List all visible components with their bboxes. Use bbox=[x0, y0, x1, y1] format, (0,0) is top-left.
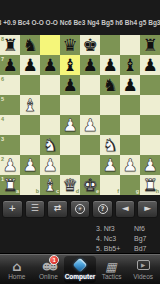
file-label-d: d bbox=[76, 188, 79, 194]
square-b1[interactable]: b bbox=[20, 175, 40, 195]
engine-line-text: 13 +0.9 Bc4 O-O O-O Nc6 Be3 Ng4 Bg5 h6 B… bbox=[0, 19, 160, 26]
tab-icon-wrap: 1 bbox=[33, 257, 65, 273]
tactics-icon bbox=[106, 256, 117, 275]
tab-online[interactable]: 1Online bbox=[33, 256, 65, 283]
white-knight-f3: ♞ bbox=[100, 135, 120, 155]
square-e8[interactable]: ♚ bbox=[80, 35, 100, 55]
black-king-e8: ♚ bbox=[80, 35, 100, 55]
square-a3[interactable]: 3 bbox=[0, 135, 20, 155]
file-label-c: c bbox=[56, 188, 59, 194]
tab-bar: Home1OnlineComputerTacticsVideos bbox=[0, 253, 160, 284]
square-b7[interactable]: ♟ bbox=[20, 55, 40, 75]
square-g7[interactable]: ♝ bbox=[120, 55, 140, 75]
rank-label-4: 4 bbox=[1, 116, 4, 122]
square-h5[interactable] bbox=[140, 95, 160, 115]
rank-label-1: 1 bbox=[1, 176, 4, 182]
question-icon: ? bbox=[98, 204, 108, 214]
square-a7[interactable]: 7♟ bbox=[0, 55, 20, 75]
square-d3[interactable] bbox=[60, 135, 80, 155]
black-knight-f6: ♞ bbox=[100, 75, 120, 95]
black-move[interactable]: Nf6 bbox=[134, 224, 154, 234]
square-h8[interactable]: ♜ bbox=[140, 35, 160, 55]
square-c6[interactable] bbox=[40, 75, 60, 95]
move-row: 4. Nc3Bg7 bbox=[0, 234, 154, 244]
black-bishop-g7: ♝ bbox=[120, 55, 140, 75]
square-f5[interactable] bbox=[100, 95, 120, 115]
tab-icon-wrap bbox=[127, 257, 159, 273]
white-pawn-d4: ♟ bbox=[60, 115, 80, 135]
square-e1[interactable]: e♚ bbox=[80, 175, 100, 195]
square-g6[interactable]: ♟ bbox=[120, 75, 140, 95]
move-list-button[interactable]: ☰ bbox=[25, 200, 46, 218]
square-h2[interactable]: ♟ bbox=[140, 155, 160, 175]
square-e2[interactable] bbox=[80, 155, 100, 175]
square-b8[interactable]: ♞ bbox=[20, 35, 40, 55]
home-icon bbox=[12, 256, 21, 275]
square-b2[interactable]: ♟ bbox=[20, 155, 40, 175]
square-g8[interactable] bbox=[120, 35, 140, 55]
square-a2[interactable]: 2♟ bbox=[0, 155, 20, 175]
rank-label-3: 3 bbox=[1, 136, 4, 142]
shuffle-icon: ⇄ bbox=[54, 204, 62, 213]
rank-label-2: 2 bbox=[1, 156, 4, 162]
square-f4[interactable] bbox=[100, 115, 120, 135]
white-move[interactable]: 4. Nc3 bbox=[96, 234, 134, 244]
black-pawn-g6: ♟ bbox=[120, 75, 140, 95]
square-g1[interactable]: g bbox=[120, 175, 140, 195]
toolbar: +☰⇄☀?◄► bbox=[0, 195, 160, 222]
help-button[interactable]: ? bbox=[92, 200, 113, 218]
switch-sides-button[interactable]: ⇄ bbox=[47, 200, 68, 218]
square-d7[interactable]: ♝ bbox=[60, 55, 80, 75]
square-e4[interactable]: ♟ bbox=[80, 115, 100, 135]
square-g2[interactable]: ♟ bbox=[120, 155, 140, 175]
white-pawn-c2: ♟ bbox=[40, 155, 60, 175]
square-e3[interactable] bbox=[80, 135, 100, 155]
chess-board: 8♜♞♛♚♜7♟♟♟♝♟♟♝♟6♟♞♟5♝4♟♟3♞♞2♟♟♟♟♟♟1a♜bc♝… bbox=[0, 35, 160, 195]
tab-computer[interactable]: Computer bbox=[64, 256, 96, 283]
square-c3[interactable]: ♞ bbox=[40, 135, 60, 155]
square-h4[interactable] bbox=[140, 115, 160, 135]
move-list: 3. Nf3Nf64. Nc3Bg75. Bb5+Bd7 bbox=[0, 222, 160, 253]
black-rook-h8: ♜ bbox=[140, 35, 160, 55]
square-a8[interactable]: 8♜ bbox=[0, 35, 20, 55]
square-f3[interactable]: ♞ bbox=[100, 135, 120, 155]
black-move[interactable]: Bg7 bbox=[134, 234, 154, 244]
file-label-e: e bbox=[96, 188, 99, 194]
move-row: 3. Nf3Nf6 bbox=[0, 224, 154, 234]
square-c7[interactable]: ♟ bbox=[40, 55, 60, 75]
black-bishop-d7: ♝ bbox=[60, 55, 80, 75]
square-b4[interactable] bbox=[20, 115, 40, 135]
file-label-f: f bbox=[117, 188, 119, 194]
white-pawn-b2: ♟ bbox=[20, 155, 40, 175]
square-a1[interactable]: 1a♜ bbox=[0, 175, 20, 195]
file-label-h: h bbox=[156, 188, 159, 194]
square-b6[interactable] bbox=[20, 75, 40, 95]
white-pawn-e4: ♟ bbox=[80, 115, 100, 135]
square-a5[interactable]: 5 bbox=[0, 95, 20, 115]
square-f8[interactable] bbox=[100, 35, 120, 55]
hint-button[interactable]: ☀ bbox=[70, 200, 91, 218]
square-h6[interactable] bbox=[140, 75, 160, 95]
rank-label-8: 8 bbox=[1, 36, 4, 42]
black-pawn-f7: ♟ bbox=[100, 55, 120, 75]
engine-analysis-bar: 13 +0.9 Bc4 O-O O-O Nc6 Be3 Ng4 Bg5 h6 B… bbox=[0, 0, 160, 35]
notification-badge: 1 bbox=[49, 255, 59, 265]
square-f7[interactable]: ♟ bbox=[100, 55, 120, 75]
square-g4[interactable] bbox=[120, 115, 140, 135]
square-d8[interactable]: ♛ bbox=[60, 35, 80, 55]
white-pawn-f2: ♟ bbox=[100, 155, 120, 175]
black-pawn-e7: ♟ bbox=[80, 55, 100, 75]
square-c4[interactable] bbox=[40, 115, 60, 135]
tab-tactics[interactable]: Tactics bbox=[96, 256, 128, 283]
tab-icon-wrap bbox=[1, 257, 33, 273]
tab-icon-wrap bbox=[64, 257, 96, 273]
new-button[interactable]: + bbox=[2, 200, 23, 218]
square-f2[interactable]: ♟ bbox=[100, 155, 120, 175]
back-button[interactable]: ◄ bbox=[115, 200, 136, 218]
square-g3[interactable] bbox=[120, 135, 140, 155]
tab-videos[interactable]: Videos bbox=[127, 256, 159, 283]
square-h1[interactable]: h♜ bbox=[140, 175, 160, 195]
computer-icon bbox=[73, 258, 87, 272]
lightbulb-icon: ☀ bbox=[75, 204, 85, 214]
square-d6[interactable]: ♟ bbox=[60, 75, 80, 95]
tab-icon-wrap bbox=[96, 257, 128, 273]
white-bishop-b5: ♝ bbox=[20, 95, 40, 115]
white-move[interactable]: 3. Nf3 bbox=[96, 224, 134, 234]
rank-label-7: 7 bbox=[1, 56, 4, 62]
square-e5[interactable] bbox=[80, 95, 100, 115]
square-b5[interactable]: ♝ bbox=[20, 95, 40, 115]
square-f6[interactable]: ♞ bbox=[100, 75, 120, 95]
square-e7[interactable]: ♟ bbox=[80, 55, 100, 75]
black-pawn-d6: ♟ bbox=[60, 75, 80, 95]
black-pawn-b7: ♟ bbox=[20, 55, 40, 75]
arrow-left-icon: ◄ bbox=[122, 204, 129, 213]
tab-home[interactable]: Home bbox=[1, 256, 33, 283]
white-pawn-h2: ♟ bbox=[140, 155, 160, 175]
square-d1[interactable]: d♛ bbox=[60, 175, 80, 195]
black-queen-d8: ♛ bbox=[60, 35, 80, 55]
square-a4[interactable]: 4 bbox=[0, 115, 20, 135]
black-pawn-c7: ♟ bbox=[40, 55, 60, 75]
file-label-a: a bbox=[16, 188, 19, 194]
square-c5[interactable] bbox=[40, 95, 60, 115]
rank-label-6: 6 bbox=[1, 76, 4, 82]
square-f1[interactable]: f bbox=[100, 175, 120, 195]
app-screen: 13 +0.9 Bc4 O-O O-O Nc6 Be3 Ng4 Bg5 h6 B… bbox=[0, 0, 160, 284]
arrow-right-icon: ► bbox=[144, 204, 151, 213]
square-c1[interactable]: c♝ bbox=[40, 175, 60, 195]
square-a6[interactable]: 6 bbox=[0, 75, 20, 95]
square-d4[interactable]: ♟ bbox=[60, 115, 80, 135]
rank-label-5: 5 bbox=[1, 96, 4, 102]
plus-icon: + bbox=[9, 204, 17, 213]
black-pawn-h7: ♟ bbox=[140, 55, 160, 75]
black-knight-b8: ♞ bbox=[20, 35, 40, 55]
forward-button[interactable]: ► bbox=[137, 200, 158, 218]
square-h3[interactable] bbox=[140, 135, 160, 155]
square-b3[interactable] bbox=[20, 135, 40, 155]
white-knight-c3: ♞ bbox=[40, 135, 60, 155]
square-e6[interactable] bbox=[80, 75, 100, 95]
tab-label: Computer bbox=[64, 273, 96, 281]
square-h7[interactable]: ♟ bbox=[140, 55, 160, 75]
list-icon: ☰ bbox=[31, 204, 39, 213]
white-pawn-g2: ♟ bbox=[120, 155, 140, 175]
videos-icon bbox=[137, 260, 150, 270]
square-g5[interactable] bbox=[120, 95, 140, 115]
file-label-g: g bbox=[136, 188, 139, 194]
file-label-b: b bbox=[36, 188, 39, 194]
square-c2[interactable]: ♟ bbox=[40, 155, 60, 175]
square-c8[interactable] bbox=[40, 35, 60, 55]
square-d2[interactable] bbox=[60, 155, 80, 175]
tab-label: Videos bbox=[127, 273, 159, 281]
square-d5[interactable] bbox=[60, 95, 80, 115]
